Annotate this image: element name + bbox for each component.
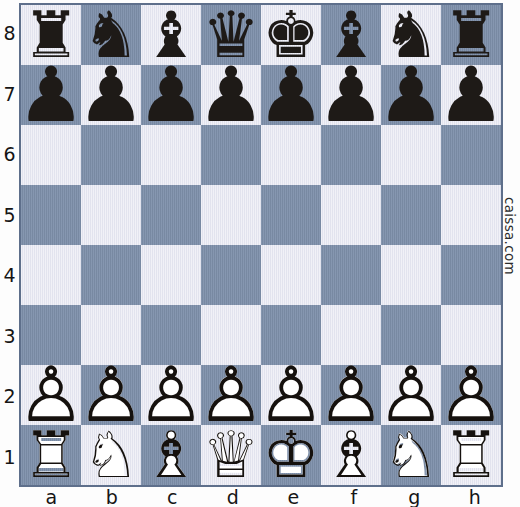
rank-label-5: 5 (0, 185, 19, 246)
white-pawn-icon[interactable]: ♟︎♙︎ (321, 365, 381, 425)
white-pawn-icon[interactable]: ♟︎♙︎ (21, 365, 81, 425)
piece-outline: ♗︎ (141, 425, 201, 485)
piece-outline: ♘︎ (381, 425, 441, 485)
piece-glyph: ♟︎ (441, 65, 501, 125)
square-d4[interactable] (201, 245, 261, 305)
piece-outline: ♙︎ (261, 365, 321, 425)
chess-app: 87654321 ♜︎♞︎♝︎♛︎♚︎♝︎♞︎♜︎♟︎♟︎♟︎♟︎♟︎♟︎♟︎♟… (0, 0, 520, 507)
square-a6[interactable] (21, 125, 81, 185)
piece-outline: ♙︎ (201, 365, 261, 425)
square-g6[interactable] (381, 125, 441, 185)
square-c2[interactable]: ♟︎♙︎ (141, 365, 201, 425)
piece-outline: ♗︎ (321, 425, 381, 485)
piece-outline: ♙︎ (141, 365, 201, 425)
square-c4[interactable] (141, 245, 201, 305)
square-f4[interactable] (321, 245, 381, 305)
square-b5[interactable] (81, 185, 141, 245)
file-label-f: f (324, 486, 385, 507)
square-c6[interactable] (141, 125, 201, 185)
square-e7[interactable]: ♟︎ (261, 65, 321, 125)
piece-glyph: ♟︎ (261, 65, 321, 125)
chess-board: ♜︎♞︎♝︎♛︎♚︎♝︎♞︎♜︎♟︎♟︎♟︎♟︎♟︎♟︎♟︎♟︎♟︎♙︎♟︎♙︎… (19, 3, 503, 487)
file-label-h: h (445, 486, 506, 507)
piece-glyph: ♟︎ (21, 65, 81, 125)
square-b4[interactable] (81, 245, 141, 305)
square-g7[interactable]: ♟︎ (381, 65, 441, 125)
square-a1[interactable]: ♜︎♖︎ (21, 425, 81, 485)
black-pawn-icon[interactable]: ♟︎ (441, 65, 501, 125)
square-d5[interactable] (201, 185, 261, 245)
square-a4[interactable] (21, 245, 81, 305)
watermark: caissa.com (502, 197, 518, 275)
black-pawn-icon[interactable]: ♟︎ (381, 65, 441, 125)
piece-outline: ♘︎ (81, 425, 141, 485)
white-bishop-icon[interactable]: ♝︎♗︎ (141, 425, 201, 485)
square-h6[interactable] (441, 125, 501, 185)
square-h5[interactable] (441, 185, 501, 245)
white-pawn-icon[interactable]: ♟︎♙︎ (81, 365, 141, 425)
white-bishop-icon[interactable]: ♝︎♗︎ (321, 425, 381, 485)
square-a7[interactable]: ♟︎ (21, 65, 81, 125)
white-pawn-icon[interactable]: ♟︎♙︎ (381, 365, 441, 425)
black-pawn-icon[interactable]: ♟︎ (321, 65, 381, 125)
piece-outline: ♔︎ (261, 425, 321, 485)
file-label-e: e (263, 486, 324, 507)
square-f2[interactable]: ♟︎♙︎ (321, 365, 381, 425)
piece-glyph: ♟︎ (201, 65, 261, 125)
square-f1[interactable]: ♝︎♗︎ (321, 425, 381, 485)
piece-glyph: ♟︎ (381, 65, 441, 125)
black-pawn-icon[interactable]: ♟︎ (141, 65, 201, 125)
square-f7[interactable]: ♟︎ (321, 65, 381, 125)
white-rook-icon[interactable]: ♜︎♖︎ (441, 425, 501, 485)
square-c7[interactable]: ♟︎ (141, 65, 201, 125)
file-label-d: d (203, 486, 264, 507)
white-knight-icon[interactable]: ♞︎♘︎ (81, 425, 141, 485)
black-pawn-icon[interactable]: ♟︎ (201, 65, 261, 125)
white-king-icon[interactable]: ♚︎♔︎ (261, 425, 321, 485)
file-label-b: b (82, 486, 143, 507)
white-pawn-icon[interactable]: ♟︎♙︎ (201, 365, 261, 425)
square-b6[interactable] (81, 125, 141, 185)
square-e2[interactable]: ♟︎♙︎ (261, 365, 321, 425)
square-a5[interactable] (21, 185, 81, 245)
square-c5[interactable] (141, 185, 201, 245)
square-h4[interactable] (441, 245, 501, 305)
square-f6[interactable] (321, 125, 381, 185)
square-g1[interactable]: ♞︎♘︎ (381, 425, 441, 485)
piece-outline: ♖︎ (441, 425, 501, 485)
square-e6[interactable] (261, 125, 321, 185)
square-d2[interactable]: ♟︎♙︎ (201, 365, 261, 425)
black-pawn-icon[interactable]: ♟︎ (261, 65, 321, 125)
piece-outline: ♙︎ (321, 365, 381, 425)
piece-outline: ♖︎ (21, 425, 81, 485)
square-g2[interactable]: ♟︎♙︎ (381, 365, 441, 425)
square-b1[interactable]: ♞︎♘︎ (81, 425, 141, 485)
square-c1[interactable]: ♝︎♗︎ (141, 425, 201, 485)
white-pawn-icon[interactable]: ♟︎♙︎ (261, 365, 321, 425)
square-h2[interactable]: ♟︎♙︎ (441, 365, 501, 425)
piece-glyph: ♟︎ (81, 65, 141, 125)
white-pawn-icon[interactable]: ♟︎♙︎ (141, 365, 201, 425)
square-d1[interactable]: ♛︎♕︎ (201, 425, 261, 485)
square-g4[interactable] (381, 245, 441, 305)
square-e1[interactable]: ♚︎♔︎ (261, 425, 321, 485)
white-queen-icon[interactable]: ♛︎♕︎ (201, 425, 261, 485)
piece-outline: ♙︎ (441, 365, 501, 425)
piece-glyph: ♟︎ (141, 65, 201, 125)
piece-outline: ♕︎ (201, 425, 261, 485)
square-b7[interactable]: ♟︎ (81, 65, 141, 125)
white-rook-icon[interactable]: ♜︎♖︎ (21, 425, 81, 485)
piece-glyph: ♟︎ (321, 65, 381, 125)
square-g5[interactable] (381, 185, 441, 245)
square-a2[interactable]: ♟︎♙︎ (21, 365, 81, 425)
white-knight-icon[interactable]: ♞︎♘︎ (381, 425, 441, 485)
square-f5[interactable] (321, 185, 381, 245)
square-e5[interactable] (261, 185, 321, 245)
square-h7[interactable]: ♟︎ (441, 65, 501, 125)
black-pawn-icon[interactable]: ♟︎ (81, 65, 141, 125)
file-labels: abcdefgh (21, 486, 505, 507)
square-b2[interactable]: ♟︎♙︎ (81, 365, 141, 425)
square-d7[interactable]: ♟︎ (201, 65, 261, 125)
black-pawn-icon[interactable]: ♟︎ (21, 65, 81, 125)
square-h1[interactable]: ♜︎♖︎ (441, 425, 501, 485)
file-label-c: c (142, 486, 203, 507)
piece-outline: ♙︎ (21, 365, 81, 425)
piece-outline: ♙︎ (381, 365, 441, 425)
square-e4[interactable] (261, 245, 321, 305)
rank-label-4: 4 (0, 245, 19, 306)
white-pawn-icon[interactable]: ♟︎♙︎ (441, 365, 501, 425)
file-label-a: a (21, 486, 82, 507)
file-label-g: g (384, 486, 445, 507)
square-d6[interactable] (201, 125, 261, 185)
piece-outline: ♙︎ (81, 365, 141, 425)
